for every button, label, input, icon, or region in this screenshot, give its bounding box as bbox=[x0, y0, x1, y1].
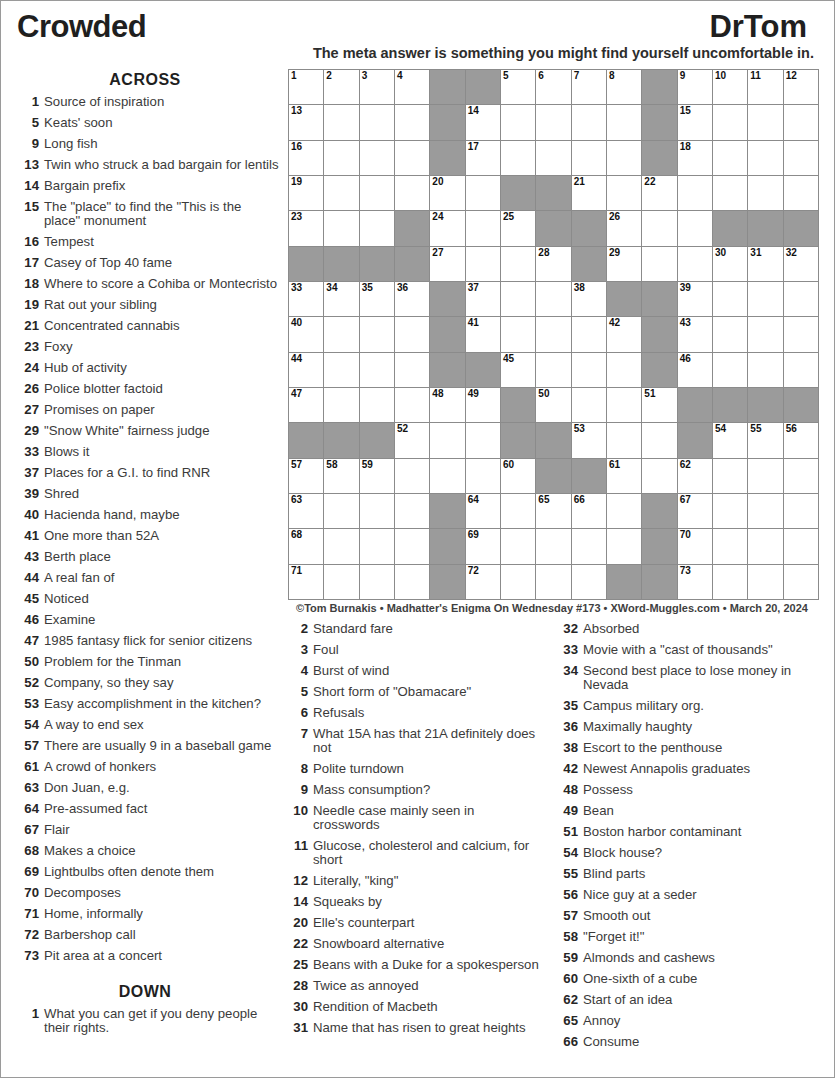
grid-cell[interactable]: 22 bbox=[642, 176, 676, 210]
clue-item: 24Hub of activity bbox=[9, 361, 281, 375]
across-clue-list: 1Source of inspiration5Keats' soon9Long … bbox=[9, 95, 281, 963]
cell-number: 39 bbox=[680, 282, 691, 294]
block-cell bbox=[713, 388, 747, 422]
grid-cell[interactable] bbox=[713, 105, 747, 139]
clue-number: 15 bbox=[9, 200, 39, 214]
clue-item: 9Mass consumption? bbox=[286, 783, 544, 797]
grid-cell[interactable] bbox=[360, 105, 394, 139]
grid-cell[interactable]: 10 bbox=[713, 70, 747, 104]
block-cell bbox=[430, 565, 464, 599]
block-cell bbox=[430, 494, 464, 528]
clue-item: 42Newest Annapolis graduates bbox=[556, 762, 833, 776]
block-cell bbox=[466, 353, 500, 387]
grid-cell[interactable] bbox=[713, 141, 747, 175]
clue-text: Escort to the penthouse bbox=[583, 741, 833, 755]
clue-text: Easy accomplishment in the kitchen? bbox=[44, 697, 281, 711]
grid-cell[interactable] bbox=[430, 423, 464, 457]
grid-cell[interactable] bbox=[642, 247, 676, 281]
grid-cell[interactable]: 55 bbox=[748, 423, 782, 457]
grid-cell[interactable]: 19 bbox=[289, 176, 323, 210]
cell-number: 73 bbox=[680, 565, 691, 577]
grid-cell[interactable] bbox=[713, 353, 747, 387]
cell-number: 11 bbox=[750, 70, 761, 82]
grid-cell[interactable]: 71 bbox=[289, 565, 323, 599]
clue-number: 5 bbox=[9, 116, 39, 130]
grid-cell[interactable]: 13 bbox=[289, 105, 323, 139]
grid-cell[interactable] bbox=[748, 459, 782, 493]
clue-text: Short form of "Obamacare" bbox=[313, 685, 544, 699]
grid-cell[interactable] bbox=[360, 317, 394, 351]
grid-cell[interactable] bbox=[466, 247, 500, 281]
grid-cell[interactable] bbox=[713, 494, 747, 528]
grid-cell[interactable]: 42 bbox=[607, 317, 641, 351]
grid-cell[interactable] bbox=[536, 105, 570, 139]
grid-cell[interactable] bbox=[572, 388, 606, 422]
clue-text: Literally, "king" bbox=[313, 874, 544, 888]
grid-cell[interactable] bbox=[784, 176, 818, 210]
clue-text: Berth place bbox=[44, 550, 281, 564]
grid-cell[interactable] bbox=[748, 282, 782, 316]
clue-text: What 15A has that 21A definitely does no… bbox=[313, 727, 544, 755]
clue-item: 46Examine bbox=[9, 613, 281, 627]
grid-cell[interactable] bbox=[324, 529, 358, 563]
grid-cell[interactable]: 6 bbox=[536, 70, 570, 104]
clue-text: Mass consumption? bbox=[313, 783, 544, 797]
grid-cell[interactable] bbox=[360, 211, 394, 245]
grid-cell[interactable] bbox=[466, 211, 500, 245]
grid-cell[interactable]: 15 bbox=[678, 105, 712, 139]
grid-cell[interactable]: 66 bbox=[572, 494, 606, 528]
cell-number: 38 bbox=[574, 282, 585, 294]
clue-item: 471985 fantasy flick for senior citizens bbox=[9, 634, 281, 648]
clue-item: 70Decomposes bbox=[9, 886, 281, 900]
grid-cell[interactable] bbox=[607, 388, 641, 422]
grid-cell[interactable] bbox=[360, 176, 394, 210]
grid-cell[interactable] bbox=[642, 423, 676, 457]
grid-cell[interactable] bbox=[536, 317, 570, 351]
grid-cell[interactable]: 2 bbox=[324, 70, 358, 104]
grid-cell[interactable]: 21 bbox=[572, 176, 606, 210]
block-cell bbox=[324, 423, 358, 457]
clue-text: Glucose, cholesterol and calcium, for sh… bbox=[313, 839, 544, 867]
clue-text: Long fish bbox=[44, 137, 281, 151]
clue-text: Refusals bbox=[313, 706, 544, 720]
grid-cell[interactable] bbox=[784, 141, 818, 175]
grid-cell[interactable]: 38 bbox=[572, 282, 606, 316]
grid-cell[interactable] bbox=[607, 353, 641, 387]
grid-cell[interactable]: 68 bbox=[289, 529, 323, 563]
grid-cell[interactable]: 32 bbox=[784, 247, 818, 281]
grid-cell[interactable] bbox=[324, 565, 358, 599]
grid-cell[interactable] bbox=[748, 317, 782, 351]
cell-number: 15 bbox=[680, 105, 691, 117]
grid-cell[interactable]: 12 bbox=[784, 70, 818, 104]
clue-text: Promises on paper bbox=[44, 403, 281, 417]
clue-number: 57 bbox=[556, 909, 578, 923]
clue-number: 9 bbox=[9, 137, 39, 151]
clue-number: 35 bbox=[556, 699, 578, 713]
block-cell bbox=[607, 282, 641, 316]
clue-number: 17 bbox=[9, 256, 39, 270]
clue-item: 50Problem for the Tinman bbox=[9, 655, 281, 669]
clue-number: 44 bbox=[9, 571, 39, 585]
clue-number: 73 bbox=[9, 949, 39, 963]
grid-cell[interactable] bbox=[784, 529, 818, 563]
grid-cell[interactable] bbox=[748, 105, 782, 139]
grid-cell[interactable]: 11 bbox=[748, 70, 782, 104]
clue-number: 12 bbox=[286, 874, 308, 888]
grid-cell[interactable]: 53 bbox=[572, 423, 606, 457]
down-clue-list-first: 1What you can get if you deny people the… bbox=[9, 1007, 281, 1035]
grid-cell[interactable] bbox=[678, 247, 712, 281]
grid-cell[interactable] bbox=[748, 494, 782, 528]
grid-cell[interactable] bbox=[501, 317, 535, 351]
copyright-line: ©Tom Burnakis • Madhatter's Enigma On We… bbox=[286, 602, 818, 614]
clue-item: 39Shred bbox=[9, 487, 281, 501]
grid-cell[interactable]: 54 bbox=[713, 423, 747, 457]
grid-cell[interactable] bbox=[784, 282, 818, 316]
grid-cell[interactable] bbox=[607, 529, 641, 563]
block-cell bbox=[713, 211, 747, 245]
grid-cell[interactable] bbox=[395, 494, 429, 528]
grid-cell[interactable] bbox=[607, 105, 641, 139]
cell-number: 36 bbox=[397, 282, 408, 294]
cell-number: 2 bbox=[326, 70, 332, 82]
grid-cell[interactable] bbox=[395, 353, 429, 387]
meta-hint: The meta answer is something you might f… bbox=[288, 45, 814, 61]
grid-cell[interactable] bbox=[501, 494, 535, 528]
grid-cell[interactable]: 41 bbox=[466, 317, 500, 351]
grid-cell[interactable]: 44 bbox=[289, 353, 323, 387]
clue-number: 72 bbox=[9, 928, 39, 942]
grid-cell[interactable] bbox=[501, 105, 535, 139]
grid-cell[interactable]: 36 bbox=[395, 282, 429, 316]
cell-number: 55 bbox=[750, 423, 761, 435]
grid-cell[interactable] bbox=[324, 176, 358, 210]
cell-number: 23 bbox=[291, 211, 302, 223]
grid-cell[interactable] bbox=[395, 317, 429, 351]
grid-cell[interactable] bbox=[395, 565, 429, 599]
grid-cell[interactable]: 24 bbox=[430, 211, 464, 245]
grid-cell[interactable]: 25 bbox=[501, 211, 535, 245]
block-cell bbox=[501, 176, 535, 210]
crossword-grid: 1234567891011121314151617181920212223242… bbox=[288, 69, 819, 600]
grid-cell[interactable]: 23 bbox=[289, 211, 323, 245]
clue-text: Twice as annoyed bbox=[313, 979, 544, 993]
grid-cell[interactable] bbox=[784, 494, 818, 528]
grid-cell[interactable]: 37 bbox=[466, 282, 500, 316]
grid-cell[interactable]: 67 bbox=[678, 494, 712, 528]
grid-cell[interactable] bbox=[324, 317, 358, 351]
clue-item: 60One-sixth of a cube bbox=[556, 972, 833, 986]
clue-item: 29"Snow White" fairness judge bbox=[9, 424, 281, 438]
grid-cell[interactable]: 18 bbox=[678, 141, 712, 175]
grid-cell[interactable]: 29 bbox=[607, 247, 641, 281]
grid-cell[interactable] bbox=[678, 211, 712, 245]
across-column: ACROSS 1Source of inspiration5Keats' soo… bbox=[9, 71, 281, 1042]
grid-cell[interactable] bbox=[324, 388, 358, 422]
clue-text: Shred bbox=[44, 487, 281, 501]
grid-cell[interactable]: 51 bbox=[642, 388, 676, 422]
clue-text: Examine bbox=[44, 613, 281, 627]
grid-cell[interactable] bbox=[324, 141, 358, 175]
grid-cell[interactable] bbox=[607, 423, 641, 457]
grid-cell[interactable]: 62 bbox=[678, 459, 712, 493]
clue-text: Burst of wind bbox=[313, 664, 544, 678]
grid-cell[interactable]: 30 bbox=[713, 247, 747, 281]
clue-text: Standard fare bbox=[313, 622, 544, 636]
grid-cell[interactable]: 27 bbox=[430, 247, 464, 281]
clue-text: Company, so they say bbox=[44, 676, 281, 690]
grid-cell[interactable] bbox=[642, 211, 676, 245]
grid-cell[interactable] bbox=[360, 353, 394, 387]
clue-number: 70 bbox=[9, 886, 39, 900]
grid-cell[interactable] bbox=[360, 388, 394, 422]
grid-cell[interactable] bbox=[501, 565, 535, 599]
cell-number: 27 bbox=[432, 247, 443, 259]
grid-cell[interactable]: 34 bbox=[324, 282, 358, 316]
grid-cell[interactable]: 33 bbox=[289, 282, 323, 316]
grid-cell[interactable]: 63 bbox=[289, 494, 323, 528]
block-cell bbox=[324, 247, 358, 281]
grid-cell[interactable] bbox=[713, 282, 747, 316]
clue-number: 55 bbox=[556, 867, 578, 881]
clue-number: 27 bbox=[9, 403, 39, 417]
grid-cell[interactable] bbox=[395, 388, 429, 422]
grid-cell[interactable] bbox=[572, 141, 606, 175]
clue-item: 38Escort to the penthouse bbox=[556, 741, 833, 755]
grid-cell[interactable] bbox=[748, 565, 782, 599]
clue-text: Consume bbox=[583, 1035, 833, 1049]
block-cell bbox=[572, 247, 606, 281]
cell-number: 28 bbox=[538, 247, 549, 259]
cell-number: 59 bbox=[362, 459, 373, 471]
cell-number: 68 bbox=[291, 529, 302, 541]
grid-cell[interactable] bbox=[501, 141, 535, 175]
cell-number: 60 bbox=[503, 459, 514, 471]
clue-number: 54 bbox=[9, 718, 39, 732]
clue-item: 15The "place" to find the "This is the p… bbox=[9, 200, 281, 228]
grid-cell[interactable] bbox=[572, 317, 606, 351]
grid-cell[interactable] bbox=[784, 565, 818, 599]
grid-cell[interactable] bbox=[572, 529, 606, 563]
grid-cell[interactable]: 47 bbox=[289, 388, 323, 422]
block-cell bbox=[501, 423, 535, 457]
cell-number: 14 bbox=[468, 105, 479, 117]
grid-cell[interactable]: 72 bbox=[466, 565, 500, 599]
grid-cell[interactable]: 64 bbox=[466, 494, 500, 528]
grid-cell[interactable] bbox=[466, 423, 500, 457]
grid-cell[interactable] bbox=[395, 459, 429, 493]
grid-cell[interactable]: 20 bbox=[430, 176, 464, 210]
grid-cell[interactable] bbox=[784, 353, 818, 387]
block-cell bbox=[395, 247, 429, 281]
clue-number: 69 bbox=[9, 865, 39, 879]
grid-cell[interactable]: 9 bbox=[678, 70, 712, 104]
clue-number: 34 bbox=[556, 664, 578, 678]
grid-cell[interactable] bbox=[360, 565, 394, 599]
grid-cell[interactable] bbox=[536, 141, 570, 175]
clue-number: 24 bbox=[9, 361, 39, 375]
grid-cell[interactable] bbox=[324, 211, 358, 245]
clue-text: Almonds and cashews bbox=[583, 951, 833, 965]
grid-cell[interactable]: 61 bbox=[607, 459, 641, 493]
grid-cell[interactable] bbox=[501, 282, 535, 316]
grid-cell[interactable] bbox=[572, 565, 606, 599]
clue-text: Problem for the Tinman bbox=[44, 655, 281, 669]
grid-cell[interactable] bbox=[324, 105, 358, 139]
cell-number: 67 bbox=[680, 494, 691, 506]
grid-cell[interactable] bbox=[430, 459, 464, 493]
clue-item: 16Tempest bbox=[9, 235, 281, 249]
grid-cell[interactable] bbox=[536, 282, 570, 316]
grid-cell[interactable]: 52 bbox=[395, 423, 429, 457]
cell-number: 5 bbox=[503, 70, 509, 82]
grid-cell[interactable] bbox=[395, 529, 429, 563]
grid-cell[interactable] bbox=[748, 353, 782, 387]
clue-item: 23Foxy bbox=[9, 340, 281, 354]
grid-cell[interactable]: 70 bbox=[678, 529, 712, 563]
grid-cell[interactable]: 26 bbox=[607, 211, 641, 245]
cell-number: 19 bbox=[291, 176, 302, 188]
clue-item: 30Rendition of Macbeth bbox=[286, 1000, 544, 1014]
clue-number: 42 bbox=[556, 762, 578, 776]
grid-cell[interactable] bbox=[501, 247, 535, 281]
grid-cell[interactable]: 7 bbox=[572, 70, 606, 104]
grid-cell[interactable] bbox=[324, 353, 358, 387]
grid-cell[interactable] bbox=[642, 459, 676, 493]
grid-cell[interactable] bbox=[713, 459, 747, 493]
grid-cell[interactable] bbox=[572, 353, 606, 387]
grid-cell[interactable] bbox=[395, 176, 429, 210]
clue-number: 1 bbox=[9, 95, 39, 109]
clue-item: 61A crowd of honkers bbox=[9, 760, 281, 774]
clue-number: 16 bbox=[9, 235, 39, 249]
grid-cell[interactable] bbox=[713, 176, 747, 210]
grid-cell[interactable] bbox=[536, 529, 570, 563]
grid-cell[interactable]: 43 bbox=[678, 317, 712, 351]
clue-text: Decomposes bbox=[44, 886, 281, 900]
grid-cell[interactable]: 69 bbox=[466, 529, 500, 563]
grid-cell[interactable]: 65 bbox=[536, 494, 570, 528]
block-cell bbox=[430, 70, 464, 104]
grid-cell[interactable] bbox=[748, 176, 782, 210]
grid-cell[interactable] bbox=[784, 105, 818, 139]
grid-cell[interactable] bbox=[607, 176, 641, 210]
clue-number: 64 bbox=[9, 802, 39, 816]
grid-cell[interactable] bbox=[360, 529, 394, 563]
grid-cell[interactable]: 73 bbox=[678, 565, 712, 599]
grid-cell[interactable]: 50 bbox=[536, 388, 570, 422]
grid-cell[interactable] bbox=[466, 459, 500, 493]
cell-number: 21 bbox=[574, 176, 585, 188]
block-cell bbox=[536, 423, 570, 457]
clue-text: Newest Annapolis graduates bbox=[583, 762, 833, 776]
clue-item: 48Possess bbox=[556, 783, 833, 797]
grid-cell[interactable] bbox=[395, 105, 429, 139]
grid-cell[interactable]: 46 bbox=[678, 353, 712, 387]
grid-cell[interactable] bbox=[360, 494, 394, 528]
grid-cell[interactable]: 59 bbox=[360, 459, 394, 493]
clue-text: Concentrated cannabis bbox=[44, 319, 281, 333]
grid-cell[interactable] bbox=[572, 105, 606, 139]
clue-number: 11 bbox=[286, 839, 308, 853]
clue-number: 63 bbox=[9, 781, 39, 795]
block-cell bbox=[289, 247, 323, 281]
grid-cell[interactable]: 1 bbox=[289, 70, 323, 104]
grid-cell[interactable] bbox=[713, 565, 747, 599]
grid-cell[interactable] bbox=[360, 141, 394, 175]
clue-text: There are usually 9 in a baseball game bbox=[44, 739, 281, 753]
clue-item: 20Elle's counterpart bbox=[286, 916, 544, 930]
grid-cell[interactable]: 48 bbox=[430, 388, 464, 422]
grid-cell[interactable]: 40 bbox=[289, 317, 323, 351]
grid-cell[interactable] bbox=[324, 494, 358, 528]
clue-item: 43Berth place bbox=[9, 550, 281, 564]
grid-cell[interactable]: 14 bbox=[466, 105, 500, 139]
grid-cell[interactable] bbox=[607, 494, 641, 528]
grid-cell[interactable]: 31 bbox=[748, 247, 782, 281]
clue-item: 66Consume bbox=[556, 1035, 833, 1049]
clue-number: 8 bbox=[286, 762, 308, 776]
grid-cell[interactable] bbox=[466, 176, 500, 210]
grid-cell[interactable] bbox=[501, 529, 535, 563]
clue-text: Blind parts bbox=[583, 867, 833, 881]
grid-cell[interactable] bbox=[784, 459, 818, 493]
grid-cell[interactable]: 4 bbox=[395, 70, 429, 104]
grid-cell[interactable]: 8 bbox=[607, 70, 641, 104]
grid-cell[interactable] bbox=[748, 529, 782, 563]
clue-text: Possess bbox=[583, 783, 833, 797]
grid-cell[interactable]: 39 bbox=[678, 282, 712, 316]
grid-cell[interactable] bbox=[678, 176, 712, 210]
clue-item: 71Home, informally bbox=[9, 907, 281, 921]
grid-cell[interactable]: 45 bbox=[501, 353, 535, 387]
grid-cell[interactable] bbox=[713, 529, 747, 563]
grid-cell[interactable]: 57 bbox=[289, 459, 323, 493]
grid-cell[interactable]: 49 bbox=[466, 388, 500, 422]
clue-text: "Forget it!" bbox=[583, 930, 833, 944]
grid-cell[interactable] bbox=[748, 141, 782, 175]
grid-cell[interactable] bbox=[395, 141, 429, 175]
grid-cell[interactable] bbox=[536, 353, 570, 387]
grid-cell[interactable] bbox=[713, 317, 747, 351]
grid-cell[interactable]: 5 bbox=[501, 70, 535, 104]
cell-number: 29 bbox=[609, 247, 620, 259]
grid-cell[interactable]: 35 bbox=[360, 282, 394, 316]
clue-item: 28Twice as annoyed bbox=[286, 979, 544, 993]
grid-cell[interactable]: 56 bbox=[784, 423, 818, 457]
clue-item: 57There are usually 9 in a baseball game bbox=[9, 739, 281, 753]
grid-cell[interactable] bbox=[784, 317, 818, 351]
clue-text: Hacienda hand, maybe bbox=[44, 508, 281, 522]
clue-text: Noticed bbox=[44, 592, 281, 606]
cell-number: 31 bbox=[750, 247, 761, 259]
clue-item: 33Movie with a "cast of thousands" bbox=[556, 643, 833, 657]
grid-cell[interactable] bbox=[536, 565, 570, 599]
clue-number: 10 bbox=[286, 804, 308, 818]
grid-cell[interactable]: 3 bbox=[360, 70, 394, 104]
grid-cell[interactable]: 16 bbox=[289, 141, 323, 175]
clue-text: A real fan of bbox=[44, 571, 281, 585]
grid-cell[interactable]: 60 bbox=[501, 459, 535, 493]
clue-item: 25Beans with a Duke for a spokesperson bbox=[286, 958, 544, 972]
grid-cell[interactable]: 17 bbox=[466, 141, 500, 175]
grid-cell[interactable] bbox=[607, 141, 641, 175]
grid-cell[interactable]: 58 bbox=[324, 459, 358, 493]
clue-text: Hub of activity bbox=[44, 361, 281, 375]
grid-cell[interactable]: 28 bbox=[536, 247, 570, 281]
